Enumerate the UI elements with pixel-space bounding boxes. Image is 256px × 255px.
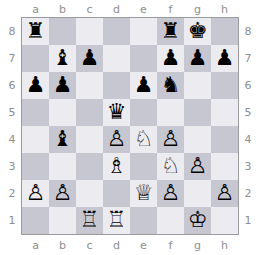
chess-board: ♜♜♚♝♟♟♟♟♟♟♟♞♛♝♙♘♙♗♘♙♙♙♕♙♙♖♖♔ xyxy=(21,17,239,235)
square-g1[interactable]: ♔ xyxy=(184,207,211,234)
square-b7[interactable]: ♝ xyxy=(49,45,76,72)
square-a2[interactable]: ♙ xyxy=(22,180,49,207)
square-d4[interactable]: ♙ xyxy=(103,126,130,153)
file-labels-top: abcdefgh xyxy=(22,2,238,17)
coordinate-label-d: d xyxy=(103,238,130,253)
black-pawn-piece: ♟ xyxy=(161,45,181,71)
black-knight-piece: ♞ xyxy=(161,72,181,98)
coordinate-label-5: 5 xyxy=(240,99,256,126)
square-e6[interactable]: ♟ xyxy=(130,72,157,99)
square-b8[interactable] xyxy=(49,18,76,45)
square-c3[interactable] xyxy=(76,153,103,180)
coordinate-label-a: a xyxy=(22,238,49,253)
square-a3[interactable] xyxy=(22,153,49,180)
square-f8[interactable]: ♜ xyxy=(157,18,184,45)
square-g7[interactable]: ♟ xyxy=(184,45,211,72)
coordinate-label-4: 4 xyxy=(240,126,256,153)
black-pawn-piece: ♟ xyxy=(134,72,154,98)
square-d1[interactable]: ♖ xyxy=(103,207,130,234)
square-f2[interactable]: ♙ xyxy=(157,180,184,207)
black-rook-piece: ♜ xyxy=(161,18,181,44)
black-bishop-piece: ♝ xyxy=(53,126,73,152)
square-c1[interactable]: ♖ xyxy=(76,207,103,234)
coordinate-label-f: f xyxy=(157,238,184,253)
square-e3[interactable] xyxy=(130,153,157,180)
black-pawn-piece: ♟ xyxy=(53,72,73,98)
black-pawn-piece: ♟ xyxy=(215,45,235,71)
square-c5[interactable] xyxy=(76,99,103,126)
square-b5[interactable] xyxy=(49,99,76,126)
white-knight-piece: ♘ xyxy=(134,126,154,152)
white-pawn-piece: ♙ xyxy=(188,153,208,179)
coordinate-label-8: 8 xyxy=(240,18,256,45)
square-e4[interactable]: ♘ xyxy=(130,126,157,153)
square-a1[interactable] xyxy=(22,207,49,234)
square-h2[interactable]: ♙ xyxy=(211,180,238,207)
square-a6[interactable]: ♟ xyxy=(22,72,49,99)
coordinate-label-5: 5 xyxy=(4,99,20,126)
square-c8[interactable] xyxy=(76,18,103,45)
square-g3[interactable]: ♙ xyxy=(184,153,211,180)
square-h8[interactable] xyxy=(211,18,238,45)
square-f6[interactable]: ♞ xyxy=(157,72,184,99)
white-pawn-piece: ♙ xyxy=(215,180,235,206)
coordinate-label-7: 7 xyxy=(240,45,256,72)
white-pawn-piece: ♙ xyxy=(53,180,73,206)
square-d6[interactable] xyxy=(103,72,130,99)
coordinate-label-6: 6 xyxy=(4,72,20,99)
black-queen-piece: ♛ xyxy=(107,99,127,125)
square-e7[interactable] xyxy=(130,45,157,72)
square-g5[interactable] xyxy=(184,99,211,126)
square-f7[interactable]: ♟ xyxy=(157,45,184,72)
black-pawn-piece: ♟ xyxy=(26,72,46,98)
white-pawn-piece: ♙ xyxy=(26,180,46,206)
square-c7[interactable]: ♟ xyxy=(76,45,103,72)
square-b1[interactable] xyxy=(49,207,76,234)
square-e8[interactable] xyxy=(130,18,157,45)
coordinate-label-3: 3 xyxy=(4,153,20,180)
coordinate-label-e: e xyxy=(130,238,157,253)
black-rook-piece: ♜ xyxy=(26,18,46,44)
coordinate-label-7: 7 xyxy=(4,45,20,72)
square-a8[interactable]: ♜ xyxy=(22,18,49,45)
coordinate-label-f: f xyxy=(157,2,184,17)
square-g6[interactable] xyxy=(184,72,211,99)
coordinate-label-a: a xyxy=(22,2,49,17)
white-pawn-piece: ♙ xyxy=(161,180,181,206)
white-knight-piece: ♘ xyxy=(161,153,181,179)
square-d2[interactable] xyxy=(103,180,130,207)
square-d3[interactable]: ♗ xyxy=(103,153,130,180)
coordinate-label-b: b xyxy=(49,238,76,253)
square-d5[interactable]: ♛ xyxy=(103,99,130,126)
square-b3[interactable] xyxy=(49,153,76,180)
square-f5[interactable] xyxy=(157,99,184,126)
coordinate-label-c: c xyxy=(76,238,103,253)
square-e1[interactable] xyxy=(130,207,157,234)
square-b4[interactable]: ♝ xyxy=(49,126,76,153)
black-king-piece: ♚ xyxy=(188,18,208,44)
file-labels-bottom: abcdefgh xyxy=(22,238,238,253)
square-d8[interactable] xyxy=(103,18,130,45)
coordinate-label-e: e xyxy=(130,2,157,17)
white-bishop-piece: ♗ xyxy=(107,153,127,179)
coordinate-label-g: g xyxy=(184,238,211,253)
square-h3[interactable] xyxy=(211,153,238,180)
square-h4[interactable] xyxy=(211,126,238,153)
square-d7[interactable] xyxy=(103,45,130,72)
coordinate-label-1: 1 xyxy=(240,207,256,234)
white-pawn-piece: ♙ xyxy=(161,126,181,152)
chess-board-diagram: abcdefgh 87654321 ♜♜♚♝♟♟♟♟♟♟♟♞♛♝♙♘♙♗♘♙♙♙… xyxy=(0,0,256,255)
square-h1[interactable] xyxy=(211,207,238,234)
rank-labels-left: 87654321 xyxy=(4,17,20,235)
square-c2[interactable] xyxy=(76,180,103,207)
white-queen-piece: ♕ xyxy=(134,180,154,206)
black-pawn-piece: ♟ xyxy=(188,45,208,71)
square-a4[interactable] xyxy=(22,126,49,153)
square-b6[interactable]: ♟ xyxy=(49,72,76,99)
square-c4[interactable] xyxy=(76,126,103,153)
white-rook-piece: ♖ xyxy=(107,207,127,233)
square-b2[interactable]: ♙ xyxy=(49,180,76,207)
coordinate-label-h: h xyxy=(211,238,238,253)
white-rook-piece: ♖ xyxy=(80,207,100,233)
square-g8[interactable]: ♚ xyxy=(184,18,211,45)
black-pawn-piece: ♟ xyxy=(80,45,100,71)
coordinate-label-d: d xyxy=(103,2,130,17)
square-e2[interactable]: ♕ xyxy=(130,180,157,207)
coordinate-label-4: 4 xyxy=(4,126,20,153)
square-e5[interactable] xyxy=(130,99,157,126)
square-g4[interactable] xyxy=(184,126,211,153)
coordinate-label-b: b xyxy=(49,2,76,17)
square-g2[interactable] xyxy=(184,180,211,207)
coordinate-label-1: 1 xyxy=(4,207,20,234)
coordinate-label-c: c xyxy=(76,2,103,17)
square-f1[interactable] xyxy=(157,207,184,234)
coordinate-label-g: g xyxy=(184,2,211,17)
coordinate-label-3: 3 xyxy=(240,153,256,180)
white-king-piece: ♔ xyxy=(188,207,208,233)
black-bishop-piece: ♝ xyxy=(53,45,73,71)
coordinate-label-6: 6 xyxy=(240,72,256,99)
rank-labels-right: 87654321 xyxy=(240,17,256,235)
white-pawn-piece: ♙ xyxy=(107,126,127,152)
coordinate-label-8: 8 xyxy=(4,18,20,45)
square-a7[interactable] xyxy=(22,45,49,72)
square-f4[interactable]: ♙ xyxy=(157,126,184,153)
square-h6[interactable] xyxy=(211,72,238,99)
square-a5[interactable] xyxy=(22,99,49,126)
coordinate-label-2: 2 xyxy=(4,180,20,207)
square-h7[interactable]: ♟ xyxy=(211,45,238,72)
square-c6[interactable] xyxy=(76,72,103,99)
coordinate-label-h: h xyxy=(211,2,238,17)
square-f3[interactable]: ♘ xyxy=(157,153,184,180)
square-h5[interactable] xyxy=(211,99,238,126)
coordinate-label-2: 2 xyxy=(240,180,256,207)
